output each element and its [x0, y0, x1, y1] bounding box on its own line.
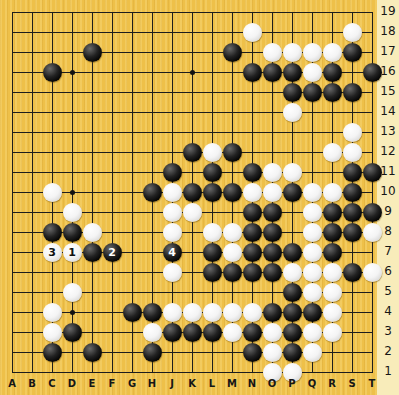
black-stone[interactable]: [203, 263, 222, 282]
white-stone[interactable]: [183, 303, 202, 322]
black-stone[interactable]: [83, 343, 102, 362]
white-stone[interactable]: [243, 23, 262, 42]
row-label-11: 11: [377, 164, 399, 178]
black-stone[interactable]: [143, 343, 162, 362]
white-stone[interactable]: [283, 43, 302, 62]
black-stone[interactable]: [243, 203, 262, 222]
black-stone[interactable]: [283, 83, 302, 102]
white-stone[interactable]: [323, 323, 342, 342]
black-stone[interactable]: [263, 63, 282, 82]
column-label-P: P: [282, 378, 302, 389]
row-label-1: 1: [377, 364, 399, 378]
black-stone[interactable]: 4: [163, 243, 182, 262]
black-stone[interactable]: [223, 183, 242, 202]
row-label-13: 13: [377, 124, 399, 138]
column-label-L: L: [202, 378, 222, 389]
black-stone[interactable]: [243, 343, 262, 362]
row-label-3: 3: [377, 324, 399, 338]
black-stone[interactable]: [183, 183, 202, 202]
black-stone[interactable]: [43, 63, 62, 82]
white-stone[interactable]: [223, 323, 242, 342]
white-stone[interactable]: [163, 203, 182, 222]
white-stone[interactable]: [303, 223, 322, 242]
row-label-19: 19: [377, 4, 399, 18]
row-label-4: 4: [377, 304, 399, 318]
white-stone[interactable]: [263, 163, 282, 182]
black-stone[interactable]: [263, 203, 282, 222]
white-stone[interactable]: [303, 203, 322, 222]
star-point: [70, 190, 75, 195]
black-stone[interactable]: [263, 263, 282, 282]
white-stone[interactable]: [263, 323, 282, 342]
black-stone[interactable]: [143, 183, 162, 202]
black-stone[interactable]: [263, 223, 282, 242]
black-stone[interactable]: [63, 223, 82, 242]
black-stone[interactable]: [283, 343, 302, 362]
white-stone[interactable]: [243, 183, 262, 202]
white-stone[interactable]: [323, 283, 342, 302]
black-stone[interactable]: [303, 303, 322, 322]
row-label-14: 14: [377, 104, 399, 118]
black-stone[interactable]: [243, 263, 262, 282]
white-stone[interactable]: [203, 223, 222, 242]
white-stone[interactable]: [223, 243, 242, 262]
column-label-K: K: [182, 378, 202, 389]
black-stone[interactable]: [223, 143, 242, 162]
white-stone[interactable]: [43, 303, 62, 322]
move-number-label: 1: [68, 247, 76, 258]
black-stone[interactable]: [123, 303, 142, 322]
white-stone[interactable]: [163, 263, 182, 282]
white-stone[interactable]: [323, 303, 342, 322]
black-stone[interactable]: [163, 323, 182, 342]
column-label-C: C: [42, 378, 62, 389]
black-stone[interactable]: [283, 283, 302, 302]
column-label-N: N: [242, 378, 262, 389]
black-stone[interactable]: [323, 63, 342, 82]
column-label-D: D: [62, 378, 82, 389]
black-stone[interactable]: [283, 243, 302, 262]
white-stone[interactable]: [283, 103, 302, 122]
black-stone[interactable]: [263, 303, 282, 322]
white-stone[interactable]: [243, 303, 262, 322]
white-stone[interactable]: [63, 283, 82, 302]
black-stone[interactable]: [203, 163, 222, 182]
white-stone[interactable]: [283, 263, 302, 282]
move-number-label: 3: [48, 247, 56, 258]
white-stone[interactable]: [323, 263, 342, 282]
white-stone[interactable]: [323, 143, 342, 162]
star-point: [190, 70, 195, 75]
black-stone[interactable]: [243, 223, 262, 242]
white-stone[interactable]: [343, 23, 362, 42]
black-stone[interactable]: [323, 223, 342, 242]
row-label-2: 2: [377, 344, 399, 358]
white-stone[interactable]: [223, 223, 242, 242]
row-label-15: 15: [377, 84, 399, 98]
column-label-J: J: [162, 378, 182, 389]
black-stone[interactable]: [223, 263, 242, 282]
white-stone[interactable]: [303, 43, 322, 62]
row-label-18: 18: [377, 24, 399, 38]
white-stone[interactable]: 1: [63, 243, 82, 262]
black-stone[interactable]: [323, 243, 342, 262]
white-stone[interactable]: [263, 343, 282, 362]
black-stone[interactable]: [323, 203, 342, 222]
white-stone[interactable]: [303, 63, 322, 82]
black-stone[interactable]: [203, 243, 222, 262]
black-stone[interactable]: [343, 43, 362, 62]
white-stone[interactable]: [303, 243, 322, 262]
white-stone[interactable]: 3: [43, 243, 62, 262]
black-stone[interactable]: [243, 63, 262, 82]
black-stone[interactable]: [163, 163, 182, 182]
black-stone[interactable]: [43, 343, 62, 362]
black-stone[interactable]: [203, 183, 222, 202]
black-stone[interactable]: 2: [103, 243, 122, 262]
black-stone[interactable]: [343, 223, 362, 242]
star-point: [70, 310, 75, 315]
white-stone[interactable]: [183, 203, 202, 222]
black-stone[interactable]: [263, 243, 282, 262]
white-stone[interactable]: [303, 343, 322, 362]
row-label-9: 9: [377, 204, 399, 218]
black-stone[interactable]: [183, 143, 202, 162]
white-stone[interactable]: [83, 223, 102, 242]
column-label-B: B: [22, 378, 42, 389]
black-stone[interactable]: [83, 43, 102, 62]
move-number-label: 2: [108, 247, 116, 258]
column-label-G: G: [122, 378, 142, 389]
black-stone[interactable]: [343, 203, 362, 222]
row-label-17: 17: [377, 44, 399, 58]
white-stone[interactable]: [263, 43, 282, 62]
white-stone[interactable]: [303, 283, 322, 302]
white-stone[interactable]: [203, 303, 222, 322]
black-stone[interactable]: [343, 163, 362, 182]
column-label-Q: Q: [302, 378, 322, 389]
black-stone[interactable]: [203, 323, 222, 342]
row-label-6: 6: [377, 264, 399, 278]
row-label-10: 10: [377, 184, 399, 198]
black-stone[interactable]: [283, 183, 302, 202]
column-label-M: M: [222, 378, 242, 389]
column-label-E: E: [82, 378, 102, 389]
white-stone[interactable]: [43, 183, 62, 202]
white-stone[interactable]: [143, 323, 162, 342]
white-stone[interactable]: [223, 303, 242, 322]
white-stone[interactable]: [323, 183, 342, 202]
black-stone[interactable]: [143, 303, 162, 322]
white-stone[interactable]: [163, 223, 182, 242]
row-label-5: 5: [377, 284, 399, 298]
column-label-R: R: [322, 378, 342, 389]
white-stone[interactable]: [63, 203, 82, 222]
black-stone[interactable]: [83, 243, 102, 262]
black-stone[interactable]: [283, 303, 302, 322]
row-label-7: 7: [377, 244, 399, 258]
black-stone[interactable]: [43, 223, 62, 242]
row-label-16: 16: [377, 64, 399, 78]
white-stone[interactable]: [163, 183, 182, 202]
row-label-8: 8: [377, 224, 399, 238]
white-stone[interactable]: [263, 183, 282, 202]
white-stone[interactable]: [43, 323, 62, 342]
black-stone[interactable]: [303, 83, 322, 102]
column-label-H: H: [142, 378, 162, 389]
column-label-F: F: [102, 378, 122, 389]
go-board-screenshot: 3124ABCDEFGHJKLMNOPQRST19181716151413121…: [0, 0, 399, 395]
white-stone[interactable]: [203, 143, 222, 162]
black-stone[interactable]: [243, 243, 262, 262]
white-stone[interactable]: [323, 43, 342, 62]
black-stone[interactable]: [283, 323, 302, 342]
column-label-T: T: [362, 378, 382, 389]
row-label-12: 12: [377, 144, 399, 158]
black-stone[interactable]: [243, 163, 262, 182]
black-stone[interactable]: [183, 323, 202, 342]
column-label-S: S: [342, 378, 362, 389]
black-stone[interactable]: [343, 183, 362, 202]
column-label-A: A: [2, 378, 22, 389]
move-number-label: 4: [168, 247, 176, 258]
black-stone[interactable]: [243, 323, 262, 342]
white-stone[interactable]: [303, 323, 322, 342]
white-stone[interactable]: [303, 183, 322, 202]
white-stone[interactable]: [343, 123, 362, 142]
black-stone[interactable]: [63, 323, 82, 342]
black-stone[interactable]: [223, 43, 242, 62]
black-stone[interactable]: [323, 83, 342, 102]
black-stone[interactable]: [283, 63, 302, 82]
star-point: [70, 70, 75, 75]
black-stone[interactable]: [343, 83, 362, 102]
white-stone[interactable]: [303, 263, 322, 282]
white-stone[interactable]: [163, 303, 182, 322]
white-stone[interactable]: [343, 143, 362, 162]
white-stone[interactable]: [283, 163, 302, 182]
column-label-O: O: [262, 378, 282, 389]
black-stone[interactable]: [343, 263, 362, 282]
